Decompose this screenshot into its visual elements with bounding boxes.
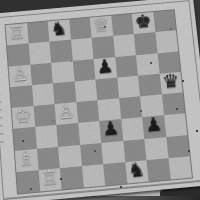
square-e5 [95,77,118,100]
black-pawn-piece-g3: ♟ [142,114,166,137]
square-h1 [168,156,192,180]
square-f5 [117,75,140,98]
square-e3: ♟ [99,119,122,142]
square-c3 [56,123,79,146]
white-rook-piece-b1: ♖ [38,166,61,190]
square-h7 [155,30,178,52]
square-h2 [166,135,190,158]
square-a4: ♔ [12,106,35,129]
square-a6: ♙ [9,64,32,87]
square-b5 [31,83,54,106]
chess-board: ♖♞♕♚♙♟♛♔♙♟♟♗♖♞ [0,0,200,200]
square-f1: ♞ [125,160,149,184]
square-h8 [153,10,176,32]
square-d7 [71,38,94,60]
square-f6 [115,55,138,78]
square-f8 [111,14,134,36]
white-king-piece-a4: ♔ [12,104,35,127]
photo-dust-speckles [0,0,2,2]
black-knight-piece-f1: ♞ [125,158,149,182]
square-d1 [81,164,105,188]
square-b7 [28,42,51,64]
square-a1 [16,170,39,194]
square-a8: ♖ [6,23,29,45]
white-bishop-piece-a2: ♗ [15,146,38,169]
white-rook-piece-a8: ♖ [5,21,28,43]
white-pawn-piece-a6: ♙ [8,62,31,85]
board-left-margin-marks [0,54,4,145]
square-h5: ♛ [159,72,182,95]
photo-canvas: ♖♞♕♚♙♟♛♔♙♟♟♗♖♞ [0,0,200,200]
square-g5 [138,74,161,97]
black-pawn-piece-e6: ♟ [93,55,116,78]
square-d2 [80,143,104,166]
square-d8 [69,18,92,40]
square-g1 [146,158,170,182]
square-g3: ♟ [142,115,166,138]
square-b3 [35,125,58,148]
square-e6: ♟ [94,57,117,80]
square-c6 [51,60,74,83]
square-c8: ♞ [48,20,71,42]
square-g2 [144,137,168,160]
square-d6 [72,59,95,82]
black-knight-piece-c8: ♞ [48,18,71,40]
square-b4 [33,104,56,127]
black-king-piece-g8: ♚ [132,10,155,32]
black-queen-piece-h5: ♛ [159,70,182,93]
square-f3 [121,117,145,140]
square-c4: ♙ [55,102,78,125]
square-d3 [78,121,101,144]
square-b1: ♖ [38,168,61,192]
square-g7 [134,32,157,54]
square-f7 [113,34,136,56]
square-c2 [58,144,81,167]
square-b6 [30,62,53,85]
black-pawn-piece-e3: ♟ [99,117,122,140]
square-d4 [76,100,99,123]
square-d5 [74,79,97,102]
white-pawn-piece-c4: ♙ [54,100,77,123]
square-e8: ♕ [90,16,113,38]
square-h4 [161,92,185,115]
square-f4 [119,96,142,119]
square-b8 [27,21,50,43]
square-g6 [136,53,159,76]
square-g8: ♚ [132,12,155,34]
square-c1 [60,166,84,190]
square-e2 [101,141,125,164]
square-a2: ♗ [15,148,38,171]
square-h3 [164,113,188,136]
square-e1 [103,162,127,186]
white-queen-piece-e8: ♕ [90,14,113,36]
board-grid: ♖♞♕♚♙♟♛♔♙♟♟♗♖♞ [4,9,193,195]
square-c7 [49,40,72,62]
